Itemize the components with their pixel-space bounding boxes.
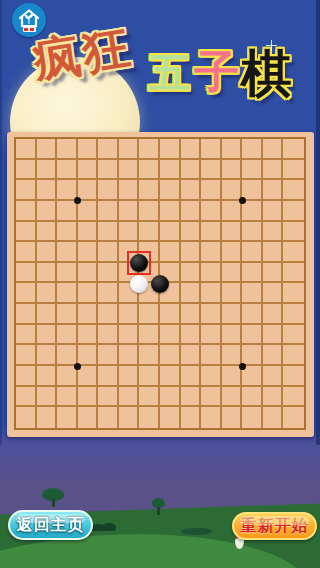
board-cell[interactable] [160, 201, 181, 222]
board-cell[interactable] [263, 160, 284, 181]
board-cell[interactable] [242, 160, 263, 181]
board-cell[interactable] [139, 407, 160, 428]
board-cell[interactable] [283, 387, 304, 408]
board-cell[interactable] [16, 139, 37, 160]
board-cell[interactable] [222, 263, 243, 284]
board-cell[interactable] [98, 201, 119, 222]
board-cell[interactable] [222, 139, 243, 160]
board-cell[interactable] [16, 407, 37, 428]
board-cell[interactable] [98, 345, 119, 366]
board-cell[interactable] [78, 263, 99, 284]
board-cell[interactable] [16, 222, 37, 243]
board-cell[interactable] [57, 160, 78, 181]
board-cell[interactable] [119, 180, 140, 201]
board-cell[interactable] [78, 283, 99, 304]
board-cell[interactable] [283, 242, 304, 263]
board-cell[interactable] [222, 387, 243, 408]
board-cell[interactable] [283, 180, 304, 201]
title-char-qi: 棋 [241, 48, 292, 99]
back-home-button[interactable]: 返回主页 [8, 510, 93, 540]
board-cell[interactable] [37, 387, 58, 408]
board-cell[interactable] [119, 407, 140, 428]
board-cell[interactable] [98, 366, 119, 387]
board-cell[interactable] [242, 345, 263, 366]
board-cell[interactable] [119, 222, 140, 243]
board-cell[interactable] [98, 180, 119, 201]
board-cell[interactable] [222, 325, 243, 346]
board-cell[interactable] [201, 304, 222, 325]
board-cell[interactable] [242, 387, 263, 408]
board-cell[interactable] [222, 222, 243, 243]
board-cell[interactable] [78, 325, 99, 346]
tree-icon [42, 488, 66, 508]
board-cell[interactable] [181, 366, 202, 387]
board-cell[interactable] [37, 345, 58, 366]
board-cell[interactable] [160, 222, 181, 243]
board-cell[interactable] [119, 139, 140, 160]
board-cell[interactable] [283, 139, 304, 160]
board-cell[interactable] [181, 160, 202, 181]
board-cell[interactable] [222, 304, 243, 325]
board-cell[interactable] [37, 407, 58, 428]
board-cell[interactable] [263, 139, 284, 160]
board-cell[interactable] [222, 201, 243, 222]
board-cell[interactable] [57, 325, 78, 346]
board-cell[interactable] [37, 366, 58, 387]
board-cell[interactable] [242, 201, 263, 222]
board-cell[interactable] [119, 160, 140, 181]
board-cell[interactable] [181, 139, 202, 160]
board-cell[interactable] [160, 160, 181, 181]
board-cell[interactable] [201, 407, 222, 428]
board-cell[interactable] [16, 263, 37, 284]
board-cell[interactable] [263, 345, 284, 366]
board-cell[interactable] [78, 201, 99, 222]
board-cell[interactable] [181, 263, 202, 284]
screen-edge-shade [316, 0, 320, 445]
board-cell[interactable] [78, 304, 99, 325]
board-cell[interactable] [37, 201, 58, 222]
board-cell[interactable] [263, 180, 284, 201]
game-screen: 疯狂 五 子 棋 返回主页 重新开始 [0, 0, 320, 568]
board-cell[interactable] [263, 387, 284, 408]
board-cell[interactable] [263, 325, 284, 346]
last-move-marker [127, 251, 151, 275]
board-cell[interactable] [283, 366, 304, 387]
board-cell[interactable] [119, 366, 140, 387]
board-cell[interactable] [160, 366, 181, 387]
board-cell[interactable] [283, 304, 304, 325]
board-cell[interactable] [160, 325, 181, 346]
board-cell[interactable] [98, 407, 119, 428]
board-grid[interactable] [14, 137, 306, 430]
title-char-wu: 五 [149, 53, 190, 94]
board-cell[interactable] [37, 139, 58, 160]
board-cell[interactable] [283, 407, 304, 428]
sparkle-icon [266, 40, 277, 51]
board-cell[interactable] [139, 201, 160, 222]
board-cell[interactable] [222, 283, 243, 304]
board-cell[interactable] [181, 407, 202, 428]
board-cell[interactable] [160, 407, 181, 428]
board-cell[interactable] [16, 304, 37, 325]
board-cell[interactable] [37, 283, 58, 304]
board-cell[interactable] [201, 387, 222, 408]
board-cell[interactable] [283, 201, 304, 222]
board-cell[interactable] [139, 139, 160, 160]
board-cell[interactable] [16, 160, 37, 181]
board-cell[interactable] [57, 242, 78, 263]
restart-button[interactable]: 重新开始 [232, 512, 317, 540]
board-cell[interactable] [222, 160, 243, 181]
board-cell[interactable] [78, 366, 99, 387]
board-cell[interactable] [160, 304, 181, 325]
board-cell[interactable] [57, 201, 78, 222]
board-cell[interactable] [263, 366, 284, 387]
board-cell[interactable] [242, 407, 263, 428]
board-cell[interactable] [139, 345, 160, 366]
board-cell[interactable] [98, 242, 119, 263]
board-cell[interactable] [242, 139, 263, 160]
board-cell[interactable] [119, 304, 140, 325]
title-word-crazy: 疯狂 [30, 22, 136, 84]
board-cell[interactable] [16, 366, 37, 387]
board-cell[interactable] [201, 283, 222, 304]
star-point [74, 363, 81, 370]
board-cell[interactable] [78, 387, 99, 408]
board-cell[interactable] [57, 283, 78, 304]
board-cell[interactable] [98, 283, 119, 304]
board-cell[interactable] [263, 407, 284, 428]
board-cell[interactable] [201, 366, 222, 387]
board-cell[interactable] [78, 407, 99, 428]
board-cell[interactable] [283, 222, 304, 243]
board-cell[interactable] [242, 263, 263, 284]
board-cell[interactable] [201, 345, 222, 366]
board-cell[interactable] [181, 242, 202, 263]
board-cell[interactable] [181, 201, 202, 222]
board-cell[interactable] [283, 283, 304, 304]
board-cell[interactable] [37, 180, 58, 201]
board-cell[interactable] [181, 325, 202, 346]
screen-edge-shade [0, 0, 2, 445]
board-cell[interactable] [16, 387, 37, 408]
back-home-label: 返回主页 [17, 515, 85, 536]
board-cell[interactable] [98, 387, 119, 408]
board-cell[interactable] [98, 222, 119, 243]
board-cell[interactable] [242, 242, 263, 263]
board-cell[interactable] [139, 325, 160, 346]
board-cell[interactable] [139, 366, 160, 387]
board-cell[interactable] [57, 139, 78, 160]
board-cell[interactable] [57, 304, 78, 325]
board-cell[interactable] [160, 139, 181, 160]
board-cell[interactable] [37, 160, 58, 181]
board-cell[interactable] [78, 242, 99, 263]
board-cell[interactable] [78, 222, 99, 243]
landscape-scene [0, 437, 320, 568]
board-cell[interactable] [98, 304, 119, 325]
board-cell[interactable] [37, 263, 58, 284]
board-cell[interactable] [263, 283, 284, 304]
board-cell[interactable] [78, 180, 99, 201]
board-cell[interactable] [139, 387, 160, 408]
board-cell[interactable] [283, 160, 304, 181]
board-cell[interactable] [139, 160, 160, 181]
board-cell[interactable] [139, 304, 160, 325]
board-cell[interactable] [37, 325, 58, 346]
board-cell[interactable] [160, 345, 181, 366]
board-cell[interactable] [16, 242, 37, 263]
board-cell[interactable] [201, 222, 222, 243]
board-cell[interactable] [181, 304, 202, 325]
board-cell[interactable] [201, 263, 222, 284]
board-cell[interactable] [283, 345, 304, 366]
board-cell[interactable] [222, 407, 243, 428]
board-cell[interactable] [139, 180, 160, 201]
board-cell[interactable] [119, 325, 140, 346]
board-cell[interactable] [201, 201, 222, 222]
board-cell[interactable] [201, 242, 222, 263]
board-cell[interactable] [98, 325, 119, 346]
board-cell[interactable] [263, 304, 284, 325]
board-cell[interactable] [201, 325, 222, 346]
board-cell[interactable] [242, 283, 263, 304]
board-cell[interactable] [283, 325, 304, 346]
game-title: 疯狂 五 子 棋 [0, 0, 320, 130]
board-cell[interactable] [37, 242, 58, 263]
board-cell[interactable] [78, 160, 99, 181]
black-stone [151, 275, 169, 293]
board-cell[interactable] [181, 345, 202, 366]
board-cell[interactable] [16, 345, 37, 366]
board-cell[interactable] [119, 345, 140, 366]
board-cell[interactable] [201, 180, 222, 201]
board-cell[interactable] [16, 325, 37, 346]
star-point [239, 363, 246, 370]
board-cell[interactable] [160, 180, 181, 201]
board-cell[interactable] [16, 201, 37, 222]
board-cell[interactable] [263, 201, 284, 222]
board-cell[interactable] [263, 263, 284, 284]
board-cell[interactable] [16, 283, 37, 304]
board-cell[interactable] [263, 242, 284, 263]
board-cell[interactable] [119, 201, 140, 222]
board-cell[interactable] [181, 387, 202, 408]
board-cell[interactable] [181, 222, 202, 243]
board-cell[interactable] [181, 180, 202, 201]
board-cell[interactable] [98, 139, 119, 160]
pond-icon [181, 528, 212, 535]
title-char-zi: 子 [194, 49, 239, 94]
board-cell[interactable] [78, 139, 99, 160]
board-cell[interactable] [160, 387, 181, 408]
board-cell[interactable] [98, 263, 119, 284]
board-cell[interactable] [16, 180, 37, 201]
bush-icon [91, 523, 117, 531]
board-cell[interactable] [37, 304, 58, 325]
board-cell[interactable] [242, 304, 263, 325]
board-cell[interactable] [139, 222, 160, 243]
board-cell[interactable] [201, 139, 222, 160]
gomoku-board[interactable] [7, 132, 314, 437]
board-cell[interactable] [57, 222, 78, 243]
board-cell[interactable] [181, 283, 202, 304]
board-cell[interactable] [57, 407, 78, 428]
board-cell[interactable] [57, 387, 78, 408]
board-cell[interactable] [160, 242, 181, 263]
board-cell[interactable] [201, 160, 222, 181]
restart-label: 重新开始 [241, 516, 309, 537]
black-stone [130, 254, 148, 272]
board-cell[interactable] [78, 345, 99, 366]
board-cell[interactable] [283, 263, 304, 284]
tree-icon [152, 498, 166, 515]
board-cell[interactable] [222, 366, 243, 387]
board-cell[interactable] [222, 242, 243, 263]
board-cell[interactable] [119, 387, 140, 408]
board-cell[interactable] [242, 325, 263, 346]
board-cell[interactable] [242, 366, 263, 387]
board-cell[interactable] [37, 222, 58, 243]
board-cell[interactable] [98, 160, 119, 181]
white-stone [130, 275, 148, 293]
board-cell[interactable] [263, 222, 284, 243]
board-cell[interactable] [57, 263, 78, 284]
board-cell[interactable] [242, 222, 263, 243]
